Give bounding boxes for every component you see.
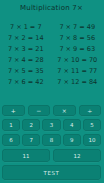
number-row-3: 11 12 — [2, 149, 101, 162]
equation-table: 7 × 1 = 7 7 × 2 = 14 7 × 3 = 21 7 × 4 = … — [0, 22, 103, 88]
number-button-7[interactable]: 7 — [22, 134, 40, 146]
equation: 7 × 3 = 21 — [0, 44, 52, 55]
number-button-12[interactable]: 12 — [53, 149, 101, 162]
number-button-3[interactable]: 3 — [42, 119, 60, 131]
number-row-1: 1 2 3 4 5 — [2, 119, 101, 131]
number-button-6[interactable]: 6 — [2, 134, 20, 146]
equation-column-right: 7 × 7 = 49 7 × 8 = 56 7 × 9 = 63 7 × 10 … — [52, 22, 104, 88]
operator-button-multiply[interactable]: × — [53, 105, 76, 116]
multiplication-app-screen: Multiplication 7× 7 × 1 = 7 7 × 2 = 14 7… — [0, 0, 103, 183]
equation: 7 × 7 = 49 — [52, 22, 104, 33]
number-button-1[interactable]: 1 — [2, 119, 20, 131]
equation: 7 × 10 = 70 — [52, 55, 104, 66]
operator-button-add[interactable]: + — [2, 105, 25, 116]
equation: 7 × 5 = 35 — [0, 66, 52, 77]
equation: 7 × 9 = 63 — [52, 44, 104, 55]
test-row: TEST — [2, 165, 101, 180]
equation: 7 × 1 = 7 — [0, 22, 52, 33]
equation: 7 × 4 = 28 — [0, 55, 52, 66]
number-button-10[interactable]: 10 — [83, 134, 101, 146]
operator-button-divide[interactable]: ÷ — [79, 105, 102, 116]
number-button-8[interactable]: 8 — [42, 134, 60, 146]
keypad: + − × ÷ 1 2 3 4 5 6 7 8 9 10 11 12 TEST — [0, 105, 103, 183]
equation-column-left: 7 × 1 = 7 7 × 2 = 14 7 × 3 = 21 7 × 4 = … — [0, 22, 52, 88]
equation: 7 × 2 = 14 — [0, 33, 52, 44]
equation: 7 × 6 = 42 — [0, 77, 52, 88]
test-button[interactable]: TEST — [2, 165, 101, 180]
operator-button-subtract[interactable]: − — [28, 105, 51, 116]
equation: 7 × 12 = 84 — [52, 77, 104, 88]
page-title: Multiplication 7× — [0, 4, 103, 12]
equation: 7 × 11 = 77 — [52, 66, 104, 77]
equation: 7 × 8 = 56 — [52, 33, 104, 44]
number-button-9[interactable]: 9 — [63, 134, 81, 146]
operator-row: + − × ÷ — [2, 105, 101, 116]
number-button-2[interactable]: 2 — [22, 119, 40, 131]
number-row-2: 6 7 8 9 10 — [2, 134, 101, 146]
number-button-5[interactable]: 5 — [83, 119, 101, 131]
number-button-4[interactable]: 4 — [63, 119, 81, 131]
number-button-11[interactable]: 11 — [2, 149, 50, 162]
